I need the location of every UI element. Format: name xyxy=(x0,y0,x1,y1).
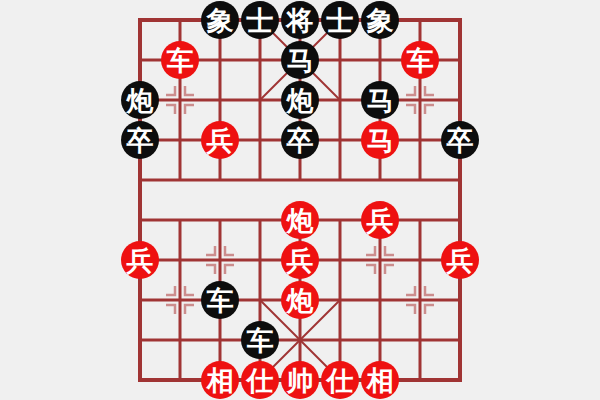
piece-black-soldier[interactable]: 卒 xyxy=(441,121,479,159)
board-point[interactable]: 卒 xyxy=(440,120,480,160)
board-point[interactable] xyxy=(200,160,240,200)
piece-glyph: 象 xyxy=(367,7,394,34)
piece-red-cannon[interactable]: 炮 xyxy=(281,281,319,319)
board-point[interactable] xyxy=(320,320,360,360)
board-point[interactable]: 车 xyxy=(400,40,440,80)
piece-red-soldier[interactable]: 兵 xyxy=(441,241,479,279)
piece-glyph: 仕 xyxy=(247,367,274,394)
board-point[interactable]: 兵 xyxy=(120,240,160,280)
piece-red-soldier[interactable]: 兵 xyxy=(281,241,319,279)
piece-glyph: 车 xyxy=(247,327,274,354)
board-point[interactable] xyxy=(160,240,200,280)
board-point[interactable]: 炮 xyxy=(280,280,320,320)
piece-glyph: 兵 xyxy=(287,247,314,274)
board-point[interactable] xyxy=(200,240,240,280)
piece-glyph: 马 xyxy=(367,127,394,154)
board-point[interactable] xyxy=(160,120,200,160)
piece-red-advisor[interactable]: 仕 xyxy=(321,361,359,399)
board-point[interactable]: 卒 xyxy=(280,120,320,160)
board-point[interactable] xyxy=(200,200,240,240)
board-point[interactable] xyxy=(120,40,160,80)
piece-black-chariot[interactable]: 车 xyxy=(201,281,239,319)
board-point[interactable] xyxy=(280,160,320,200)
board-point[interactable]: 象 xyxy=(360,0,400,40)
piece-glyph: 车 xyxy=(167,47,194,74)
board-point[interactable]: 相 xyxy=(360,360,400,400)
piece-glyph: 相 xyxy=(367,367,394,394)
board-point[interactable] xyxy=(240,240,280,280)
piece-glyph: 马 xyxy=(367,87,394,114)
board-point[interactable] xyxy=(120,0,160,40)
piece-black-horse[interactable]: 马 xyxy=(281,41,319,79)
board-point[interactable]: 车 xyxy=(160,40,200,80)
piece-glyph: 帅 xyxy=(287,367,314,394)
board-point[interactable] xyxy=(440,0,480,40)
board-point[interactable] xyxy=(440,320,480,360)
board-point[interactable]: 兵 xyxy=(200,120,240,160)
piece-glyph: 马 xyxy=(287,47,314,74)
piece-black-soldier[interactable]: 卒 xyxy=(281,121,319,159)
piece-black-cannon[interactable]: 炮 xyxy=(121,81,159,119)
piece-glyph: 兵 xyxy=(447,247,474,274)
piece-red-chariot[interactable]: 车 xyxy=(401,41,439,79)
board-point[interactable] xyxy=(440,280,480,320)
board-point[interactable] xyxy=(400,200,440,240)
piece-glyph: 相 xyxy=(207,367,234,394)
board-point[interactable] xyxy=(320,280,360,320)
board-point[interactable] xyxy=(160,320,200,360)
board-point[interactable] xyxy=(240,120,280,160)
board-point[interactable] xyxy=(320,240,360,280)
board-point[interactable]: 相 xyxy=(200,360,240,400)
board-point[interactable] xyxy=(320,80,360,120)
board-point[interactable]: 马 xyxy=(280,40,320,80)
board-point[interactable] xyxy=(280,320,320,360)
board-point[interactable] xyxy=(400,240,440,280)
board-point[interactable] xyxy=(240,160,280,200)
board-point[interactable] xyxy=(360,160,400,200)
piece-black-soldier[interactable]: 卒 xyxy=(121,121,159,159)
piece-red-cannon[interactable]: 炮 xyxy=(281,201,319,239)
piece-black-advisor[interactable]: 士 xyxy=(321,1,359,39)
board-point[interactable] xyxy=(240,80,280,120)
board-point[interactable]: 仕 xyxy=(320,360,360,400)
board-point[interactable]: 马 xyxy=(360,80,400,120)
board-grid: 象士将士象车马车炮炮马卒兵卒马卒炮兵兵兵兵车炮车相仕帅仕相 xyxy=(120,0,480,400)
board-point[interactable] xyxy=(120,360,160,400)
piece-glyph: 卒 xyxy=(287,127,314,154)
board-point[interactable]: 车 xyxy=(240,320,280,360)
board-point[interactable] xyxy=(320,40,360,80)
board-point[interactable] xyxy=(160,200,200,240)
board-point[interactable] xyxy=(320,160,360,200)
board-point[interactable] xyxy=(360,40,400,80)
piece-glyph: 将 xyxy=(287,7,314,34)
piece-red-soldier[interactable]: 兵 xyxy=(121,241,159,279)
board-point[interactable] xyxy=(400,320,440,360)
piece-glyph: 兵 xyxy=(127,247,154,274)
piece-red-elephant[interactable]: 相 xyxy=(361,361,399,399)
board-point[interactable] xyxy=(240,200,280,240)
board-point[interactable] xyxy=(120,200,160,240)
piece-glyph: 卒 xyxy=(127,127,154,154)
piece-glyph: 士 xyxy=(247,7,274,34)
board-point[interactable]: 马 xyxy=(360,120,400,160)
board-point[interactable] xyxy=(440,40,480,80)
board-point[interactable] xyxy=(320,120,360,160)
board-point[interactable] xyxy=(160,160,200,200)
piece-black-cannon[interactable]: 炮 xyxy=(281,81,319,119)
piece-glyph: 车 xyxy=(207,287,234,314)
piece-red-soldier[interactable]: 兵 xyxy=(201,121,239,159)
board-point[interactable]: 帅 xyxy=(280,360,320,400)
board-point[interactable] xyxy=(240,280,280,320)
board-point[interactable] xyxy=(120,160,160,200)
piece-red-elephant[interactable]: 相 xyxy=(201,361,239,399)
piece-black-elephant[interactable]: 象 xyxy=(201,1,239,39)
board-point[interactable]: 兵 xyxy=(280,240,320,280)
board-point[interactable]: 士 xyxy=(320,0,360,40)
board-point[interactable]: 炮 xyxy=(280,80,320,120)
board-point[interactable] xyxy=(120,320,160,360)
piece-glyph: 象 xyxy=(207,7,234,34)
board-point[interactable]: 将 xyxy=(280,0,320,40)
board-point[interactable]: 仕 xyxy=(240,360,280,400)
piece-black-general[interactable]: 将 xyxy=(281,1,319,39)
piece-red-horse[interactable]: 马 xyxy=(361,121,399,159)
piece-glyph: 兵 xyxy=(207,127,234,154)
board-point[interactable] xyxy=(200,40,240,80)
board-point[interactable] xyxy=(160,360,200,400)
board-point[interactable] xyxy=(440,80,480,120)
piece-glyph: 士 xyxy=(327,7,354,34)
board-point[interactable]: 兵 xyxy=(440,240,480,280)
board-point[interactable] xyxy=(200,320,240,360)
board-point[interactable] xyxy=(160,280,200,320)
board-point[interactable] xyxy=(400,160,440,200)
piece-red-advisor[interactable]: 仕 xyxy=(241,361,279,399)
board-point[interactable] xyxy=(400,120,440,160)
board-point[interactable] xyxy=(440,200,480,240)
board-point[interactable]: 士 xyxy=(240,0,280,40)
board-point[interactable] xyxy=(120,280,160,320)
piece-glyph: 车 xyxy=(407,47,434,74)
board-point[interactable] xyxy=(400,0,440,40)
board-point[interactable]: 卒 xyxy=(120,120,160,160)
piece-glyph: 仕 xyxy=(327,367,354,394)
board-point[interactable] xyxy=(360,320,400,360)
board-point[interactable]: 兵 xyxy=(360,200,400,240)
piece-glyph: 炮 xyxy=(287,207,314,234)
board-point[interactable]: 炮 xyxy=(280,200,320,240)
board-point[interactable] xyxy=(320,200,360,240)
piece-glyph: 炮 xyxy=(287,87,314,114)
board-point[interactable] xyxy=(160,80,200,120)
piece-glyph: 兵 xyxy=(367,207,394,234)
piece-glyph: 炮 xyxy=(287,287,314,314)
piece-red-chariot[interactable]: 车 xyxy=(161,41,199,79)
board-point[interactable] xyxy=(200,80,240,120)
board-point[interactable]: 车 xyxy=(200,280,240,320)
piece-red-general[interactable]: 帅 xyxy=(281,361,319,399)
piece-black-advisor[interactable]: 士 xyxy=(241,1,279,39)
piece-black-chariot[interactable]: 车 xyxy=(241,321,279,359)
piece-glyph: 炮 xyxy=(127,87,154,114)
piece-black-elephant[interactable]: 象 xyxy=(361,1,399,39)
board-point[interactable] xyxy=(400,360,440,400)
board-point[interactable] xyxy=(440,160,480,200)
board-point[interactable]: 象 xyxy=(200,0,240,40)
piece-red-soldier[interactable]: 兵 xyxy=(361,201,399,239)
board-point[interactable] xyxy=(360,280,400,320)
piece-black-horse[interactable]: 马 xyxy=(361,81,399,119)
board-point[interactable] xyxy=(400,80,440,120)
board-point[interactable] xyxy=(160,0,200,40)
piece-glyph: 卒 xyxy=(447,127,474,154)
board-point[interactable] xyxy=(240,40,280,80)
board-point[interactable]: 炮 xyxy=(120,80,160,120)
xiangqi-board: 象士将士象车马车炮炮马卒兵卒马卒炮兵兵兵兵车炮车相仕帅仕相 xyxy=(0,0,600,400)
board-point[interactable] xyxy=(400,280,440,320)
board-point[interactable] xyxy=(360,240,400,280)
board-point[interactable] xyxy=(440,360,480,400)
